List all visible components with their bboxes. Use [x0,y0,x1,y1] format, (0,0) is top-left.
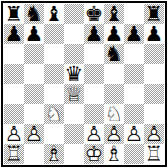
square-h8[interactable]: ♜ [144,4,164,24]
white-pawn: ♙ [124,124,144,144]
square-h6[interactable] [144,44,164,64]
white-pawn: ♙ [144,124,164,144]
square-e6[interactable] [84,44,104,64]
square-g7[interactable]: ♟ [124,24,144,44]
square-g5[interactable] [124,64,144,84]
black-pawn: ♟ [24,24,44,44]
black-pawn: ♟ [144,24,164,44]
square-b4[interactable] [24,84,44,104]
square-e7[interactable]: ♟ [84,24,104,44]
square-c7[interactable] [44,24,64,44]
square-d8[interactable] [64,4,84,24]
square-a7[interactable]: ♟ [4,24,24,44]
square-g2[interactable]: ♟♙ [124,124,144,144]
white-rook: ♖ [4,144,24,164]
board: ♜♞♝♚♝♜♟♟♟♟♟♟♞♛♛♕♞♘♞♘♟♙♟♙♟♙♟♙♟♙♟♙♜♖♝♗♚♔♝♗… [4,4,164,164]
square-a3[interactable] [4,104,24,124]
square-f8[interactable]: ♝ [104,4,124,24]
square-c2[interactable] [44,124,64,144]
square-d5[interactable]: ♛ [64,64,84,84]
square-c8[interactable]: ♝ [44,4,64,24]
square-b1[interactable] [24,144,44,164]
white-knight: ♘ [104,104,124,124]
square-a8[interactable]: ♜ [4,4,24,24]
square-c4[interactable] [44,84,64,104]
black-pawn: ♟ [104,24,124,44]
square-a1[interactable]: ♜♖ [4,144,24,164]
square-f5[interactable] [104,64,124,84]
square-a4[interactable] [4,84,24,104]
square-f1[interactable]: ♝♗ [104,144,124,164]
black-bishop: ♝ [104,4,124,24]
square-g8[interactable] [124,4,144,24]
white-pawn: ♙ [104,124,124,144]
white-queen: ♕ [64,84,84,104]
square-b7[interactable]: ♟ [24,24,44,44]
square-h3[interactable] [144,104,164,124]
board-frame: ♜♞♝♚♝♜♟♟♟♟♟♟♞♛♛♕♞♘♞♘♟♙♟♙♟♙♟♙♟♙♟♙♜♖♝♗♚♔♝♗… [1,1,167,167]
square-e2[interactable]: ♟♙ [84,124,104,144]
square-c6[interactable] [44,44,64,64]
square-d3[interactable] [64,104,84,124]
square-g6[interactable] [124,44,144,64]
black-pawn: ♟ [4,24,24,44]
square-h7[interactable]: ♟ [144,24,164,44]
black-pawn: ♟ [84,24,104,44]
square-d4[interactable]: ♛♕ [64,84,84,104]
white-king: ♔ [84,144,104,164]
square-e5[interactable] [84,64,104,84]
black-king: ♚ [84,4,104,24]
square-h5[interactable] [144,64,164,84]
square-g3[interactable] [124,104,144,124]
square-a2[interactable]: ♟♙ [4,124,24,144]
white-pawn: ♙ [24,124,44,144]
square-a6[interactable] [4,44,24,64]
square-b5[interactable] [24,64,44,84]
square-g4[interactable] [124,84,144,104]
square-c5[interactable] [44,64,64,84]
white-bishop: ♗ [44,144,64,164]
square-h1[interactable]: ♜♖ [144,144,164,164]
square-c1[interactable]: ♝♗ [44,144,64,164]
square-b6[interactable] [24,44,44,64]
square-d7[interactable] [64,24,84,44]
square-f4[interactable] [104,84,124,104]
square-d2[interactable] [64,124,84,144]
chess-diagram: ♜♞♝♚♝♜♟♟♟♟♟♟♞♛♛♕♞♘♞♘♟♙♟♙♟♙♟♙♟♙♟♙♜♖♝♗♚♔♝♗… [0,0,168,168]
square-c3[interactable]: ♞♘ [44,104,64,124]
white-bishop: ♗ [104,144,124,164]
white-pawn: ♙ [4,124,24,144]
square-e3[interactable] [84,104,104,124]
black-knight: ♞ [104,44,124,64]
black-pawn: ♟ [124,24,144,44]
black-bishop: ♝ [44,4,64,24]
square-h4[interactable] [144,84,164,104]
square-h2[interactable]: ♟♙ [144,124,164,144]
black-knight: ♞ [24,4,44,24]
white-knight: ♘ [44,104,64,124]
square-f3[interactable]: ♞♘ [104,104,124,124]
square-a5[interactable] [4,64,24,84]
square-e1[interactable]: ♚♔ [84,144,104,164]
square-d6[interactable] [64,44,84,64]
black-queen: ♛ [64,64,84,84]
white-pawn: ♙ [84,124,104,144]
square-g1[interactable] [124,144,144,164]
black-rook: ♜ [4,4,24,24]
white-rook: ♖ [144,144,164,164]
square-e4[interactable] [84,84,104,104]
square-b2[interactable]: ♟♙ [24,124,44,144]
square-f6[interactable]: ♞ [104,44,124,64]
square-b3[interactable] [24,104,44,124]
square-d1[interactable] [64,144,84,164]
black-rook: ♜ [144,4,164,24]
square-f2[interactable]: ♟♙ [104,124,124,144]
square-e8[interactable]: ♚ [84,4,104,24]
square-b8[interactable]: ♞ [24,4,44,24]
square-f7[interactable]: ♟ [104,24,124,44]
